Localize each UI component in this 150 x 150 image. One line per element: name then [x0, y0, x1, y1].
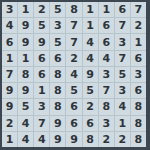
- grid-cell[interactable]: 8: [50, 99, 65, 114]
- grid-cell[interactable]: 5: [83, 83, 98, 98]
- grid-cell[interactable]: 7: [115, 18, 130, 33]
- grid-cell[interactable]: 3: [34, 99, 49, 114]
- grid-cell[interactable]: 8: [83, 132, 98, 147]
- grid-cell[interactable]: 7: [34, 116, 49, 131]
- grid-cell[interactable]: 8: [50, 83, 65, 98]
- grid-cell[interactable]: 1: [99, 2, 114, 17]
- grid-cell[interactable]: 2: [131, 18, 146, 33]
- grid-cell[interactable]: 5: [50, 2, 65, 17]
- grid-cell[interactable]: 2: [99, 132, 114, 147]
- grid-cell[interactable]: 2: [83, 99, 98, 114]
- grid-cell[interactable]: 6: [34, 51, 49, 66]
- grid-cell[interactable]: 3: [2, 2, 17, 17]
- grid-cell[interactable]: 4: [18, 132, 33, 147]
- grid-cell[interactable]: 3: [131, 67, 146, 82]
- grid-cell[interactable]: 3: [115, 83, 130, 98]
- grid-cell[interactable]: 3: [99, 67, 114, 82]
- grid-cell[interactable]: 5: [18, 99, 33, 114]
- grid-cell[interactable]: 4: [18, 116, 33, 131]
- grid-cell[interactable]: 6: [66, 116, 81, 131]
- grid-cell[interactable]: 3: [115, 34, 130, 49]
- number-grid: 3125811674953716726995746311166244767868…: [2, 2, 146, 147]
- grid-cell[interactable]: 6: [34, 67, 49, 82]
- grid-cell[interactable]: 7: [115, 51, 130, 66]
- grid-cell[interactable]: 2: [2, 116, 17, 131]
- grid-cell[interactable]: 7: [2, 67, 17, 82]
- grid-cell[interactable]: 5: [50, 34, 65, 49]
- grid-cell[interactable]: 3: [99, 116, 114, 131]
- grid-cell[interactable]: 8: [66, 2, 81, 17]
- grid-cell[interactable]: 2: [115, 132, 130, 147]
- grid-cell[interactable]: 7: [131, 2, 146, 17]
- grid-cell[interactable]: 1: [2, 51, 17, 66]
- grid-cell[interactable]: 1: [131, 34, 146, 49]
- grid-cell[interactable]: 2: [34, 2, 49, 17]
- grid-cell[interactable]: 9: [18, 83, 33, 98]
- grid-cell[interactable]: 8: [131, 132, 146, 147]
- grid-cell[interactable]: 1: [18, 51, 33, 66]
- grid-cell[interactable]: 4: [83, 51, 98, 66]
- grid-cell[interactable]: 1: [115, 116, 130, 131]
- grid-cell[interactable]: 9: [18, 18, 33, 33]
- grid-cell[interactable]: 6: [99, 18, 114, 33]
- grid-cell[interactable]: 9: [34, 34, 49, 49]
- grid-cell[interactable]: 9: [83, 67, 98, 82]
- grid-cell[interactable]: 1: [2, 132, 17, 147]
- grid-cell[interactable]: 4: [115, 99, 130, 114]
- grid-cell[interactable]: 6: [50, 51, 65, 66]
- grid-cell[interactable]: 9: [18, 34, 33, 49]
- grid-cell[interactable]: 5: [34, 18, 49, 33]
- grid-cell[interactable]: 6: [131, 83, 146, 98]
- number-grid-board: 3125811674953716726995746311166244767868…: [0, 0, 150, 150]
- grid-cell[interactable]: 1: [18, 2, 33, 17]
- grid-cell[interactable]: 1: [83, 18, 98, 33]
- grid-cell[interactable]: 8: [18, 67, 33, 82]
- grid-cell[interactable]: 2: [66, 51, 81, 66]
- grid-cell[interactable]: 6: [2, 34, 17, 49]
- grid-cell[interactable]: 8: [50, 67, 65, 82]
- grid-cell[interactable]: 9: [50, 132, 65, 147]
- grid-cell[interactable]: 4: [99, 51, 114, 66]
- grid-cell[interactable]: 4: [66, 67, 81, 82]
- grid-cell[interactable]: 4: [34, 132, 49, 147]
- grid-cell[interactable]: 6: [115, 2, 130, 17]
- grid-cell[interactable]: 8: [131, 116, 146, 131]
- grid-cell[interactable]: 1: [34, 83, 49, 98]
- grid-cell[interactable]: 4: [2, 18, 17, 33]
- grid-cell[interactable]: 1: [83, 2, 98, 17]
- grid-cell[interactable]: 3: [50, 18, 65, 33]
- grid-cell[interactable]: 9: [50, 116, 65, 131]
- grid-cell[interactable]: 7: [99, 83, 114, 98]
- grid-cell[interactable]: 8: [131, 99, 146, 114]
- grid-cell[interactable]: 5: [66, 83, 81, 98]
- grid-cell[interactable]: 9: [66, 132, 81, 147]
- grid-cell[interactable]: 7: [66, 18, 81, 33]
- grid-cell[interactable]: 6: [131, 51, 146, 66]
- grid-cell[interactable]: 6: [99, 34, 114, 49]
- grid-cell[interactable]: 8: [99, 99, 114, 114]
- grid-cell[interactable]: 4: [83, 34, 98, 49]
- grid-cell[interactable]: 6: [83, 116, 98, 131]
- grid-cell[interactable]: 9: [2, 83, 17, 98]
- grid-cell[interactable]: 7: [66, 34, 81, 49]
- grid-cell[interactable]: 5: [115, 67, 130, 82]
- grid-cell[interactable]: 6: [66, 99, 81, 114]
- grid-cell[interactable]: 9: [2, 99, 17, 114]
